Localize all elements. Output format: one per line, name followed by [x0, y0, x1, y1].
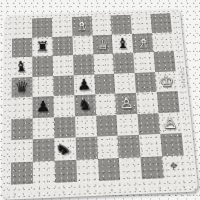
- square-h6: [154, 51, 176, 72]
- square-a4: [11, 97, 32, 119]
- square-e6: [93, 54, 114, 75]
- white-pawn-f4: ♙: [119, 96, 134, 112]
- square-e2: [97, 136, 120, 159]
- white-pawn-h3: ♙: [162, 115, 178, 131]
- black-rook-b7: ♜: [35, 39, 49, 54]
- square-f8: [111, 15, 132, 35]
- square-e7: ♕: [92, 34, 113, 54]
- black-pawn-d5: ♟: [77, 77, 92, 92]
- square-f6: [113, 53, 135, 74]
- board-brand-text: Crusader: [180, 68, 187, 88]
- square-f2: [118, 135, 141, 158]
- square-b6: [32, 56, 53, 77]
- square-h3: ♙: [159, 112, 182, 134]
- square-h1: ❖: [162, 155, 186, 178]
- square-e5: [94, 73, 116, 94]
- square-b4: ♟: [32, 96, 53, 118]
- black-knight-c2: ♞: [52, 139, 73, 160]
- black-queen-a5: ♛: [15, 79, 29, 94]
- table-surface: ♗♜♕♝♗♝♛♟♔♟♞♙♙♞❖ Crusader abcdefgh: [0, 0, 200, 200]
- white-king-h5: ♔: [159, 74, 175, 89]
- square-c2: ♞: [54, 137, 76, 160]
- square-h5: ♔: [155, 71, 177, 92]
- square-c5: [53, 75, 74, 96]
- square-d1: [76, 158, 99, 181]
- square-h7: [152, 32, 174, 52]
- file-label-d: d: [86, 188, 89, 193]
- square-f4: ♙: [115, 93, 137, 115]
- square-b5: [32, 76, 53, 97]
- square-a1: [11, 161, 33, 185]
- square-h2: [160, 133, 183, 156]
- square-b8: [32, 18, 52, 38]
- square-f7: ♝: [112, 34, 133, 54]
- square-g1: [141, 156, 164, 179]
- file-labels: abcdefgh: [13, 184, 185, 196]
- square-d8: ♗: [72, 16, 93, 36]
- square-f1: [119, 157, 142, 180]
- file-label-a: a: [13, 191, 16, 196]
- file-label-h: h: [182, 184, 185, 189]
- square-g5: [135, 72, 157, 93]
- square-d5: ♟: [73, 74, 94, 95]
- square-b2: [33, 138, 55, 161]
- file-label-f: f: [134, 186, 136, 191]
- file-label-g: g: [158, 185, 161, 190]
- board-grid: ♗♜♕♝♗♝♛♟♔♟♞♙♙♞❖: [11, 13, 186, 184]
- square-a2: [11, 139, 33, 162]
- black-knight-d4: ♞: [77, 97, 92, 113]
- square-d6: [73, 54, 94, 75]
- square-c7: [52, 36, 73, 56]
- black-pawn-b4: ♟: [36, 99, 51, 115]
- square-c8: [52, 17, 72, 37]
- square-c3: [54, 116, 76, 138]
- square-c1: [54, 159, 76, 182]
- square-f3: [117, 114, 139, 136]
- square-g6: [133, 52, 155, 73]
- square-a8: [12, 19, 32, 39]
- square-e1: [98, 158, 121, 181]
- square-c4: [53, 95, 74, 117]
- corner-ornament: ❖: [169, 162, 179, 172]
- square-d4: ♞: [74, 94, 96, 116]
- square-g8: [131, 14, 152, 34]
- square-b1: [33, 160, 55, 183]
- white-bishop-d8: ♗: [75, 19, 89, 33]
- square-e4: [95, 94, 117, 116]
- square-a5: ♛: [12, 77, 33, 98]
- square-g4: [136, 92, 158, 114]
- square-d7: [72, 35, 93, 55]
- file-label-c: c: [62, 189, 64, 194]
- square-g3: [138, 113, 161, 135]
- square-e8: [91, 16, 112, 36]
- square-h4: [157, 91, 180, 113]
- white-queen-e7: ♕: [95, 37, 110, 51]
- square-g7: ♗: [132, 33, 154, 53]
- white-bishop-g7: ♗: [136, 36, 150, 50]
- square-g2: [139, 134, 162, 157]
- square-d2: [75, 137, 97, 160]
- square-c6: [52, 55, 73, 76]
- black-bishop-a6: ♝: [14, 59, 30, 75]
- square-a3: [11, 118, 32, 140]
- black-bishop-f7: ♝: [115, 36, 130, 50]
- file-label-b: b: [37, 190, 40, 195]
- square-a7: [12, 37, 32, 57]
- square-b7: ♜: [32, 37, 52, 57]
- square-a6: ♝: [12, 57, 33, 78]
- square-b3: [32, 117, 53, 139]
- chess-board: ♗♜♕♝♗♝♛♟♔♟♞♙♙♞❖ Crusader abcdefgh: [3, 9, 199, 200]
- square-f5: [114, 72, 136, 93]
- square-d3: [75, 115, 97, 137]
- square-e3: [96, 114, 118, 136]
- square-h8: [150, 13, 171, 33]
- file-label-e: e: [110, 187, 113, 192]
